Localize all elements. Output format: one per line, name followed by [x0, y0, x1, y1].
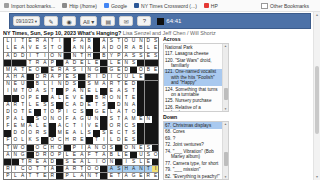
grid-cell[interactable]: P — [56, 74, 63, 81]
grid-cell[interactable]: A — [130, 102, 137, 109]
grid-cell[interactable]: S — [78, 109, 85, 116]
grid-cell[interactable]: T — [71, 123, 78, 130]
grid-cell[interactable]: C — [115, 74, 122, 81]
grid-cell[interactable]: D — [108, 45, 115, 52]
grid-cell[interactable]: N — [4, 81, 11, 88]
grid-cell[interactable]: D — [78, 102, 85, 109]
grid-cell[interactable]: E — [71, 159, 78, 166]
print-button[interactable]: ▤ — [101, 16, 115, 26]
grid-cell[interactable]: A — [78, 38, 85, 45]
grid-cell[interactable]: T — [41, 166, 48, 173]
grid-cell[interactable]: P — [56, 109, 63, 116]
reveal-button[interactable]: ◉ — [62, 16, 76, 26]
grid-cell[interactable]: S — [49, 102, 56, 109]
grid-cell[interactable]: R — [34, 38, 41, 45]
grid-cell[interactable]: I — [49, 81, 56, 88]
grid-cell[interactable]: I — [108, 74, 115, 81]
grid-cell[interactable]: E — [123, 81, 130, 88]
grid-cell[interactable]: L — [64, 152, 71, 159]
grid-cell[interactable]: E — [78, 95, 85, 102]
grid-cell[interactable]: I — [41, 53, 48, 60]
grid-cell[interactable]: A — [64, 166, 71, 173]
grid-cell[interactable]: S — [64, 159, 71, 166]
grid-cell[interactable]: H — [123, 166, 130, 173]
grid-cell[interactable]: A — [4, 53, 11, 60]
grid-cell[interactable]: S — [86, 130, 93, 137]
scroll-down-icon[interactable]: ▼ — [223, 107, 228, 111]
grid-cell[interactable]: D — [130, 81, 137, 88]
grid-cell[interactable]: I — [93, 74, 100, 81]
grid-cell[interactable]: M — [19, 123, 26, 130]
clue-item[interactable]: 74. "___ Vibration" (Bob Marley album) — [164, 148, 222, 160]
grid-cell[interactable]: E — [137, 74, 144, 81]
grid-cell[interactable]: L — [86, 159, 93, 166]
help-button[interactable]: ? — [137, 16, 151, 26]
grid-cell[interactable]: B — [137, 45, 144, 52]
grid-cell[interactable]: A — [41, 60, 48, 67]
grid-cell[interactable]: T — [78, 53, 85, 60]
grid-cell[interactable]: C — [123, 123, 130, 130]
grid-cell[interactable]: A — [41, 159, 48, 166]
grid-cell[interactable]: M — [130, 116, 137, 123]
clue-item[interactable]: 77. Camera type, for short — [164, 160, 222, 167]
grid-cell[interactable]: V — [27, 45, 34, 52]
bookmark-item[interactable]: Google — [104, 3, 127, 9]
grid-cell[interactable]: O — [108, 95, 115, 102]
grid-cell[interactable]: N — [71, 53, 78, 60]
across-scroll-thumb[interactable] — [224, 88, 228, 100]
grid-cell[interactable]: E — [108, 130, 115, 137]
grid-cell[interactable]: E — [49, 67, 56, 74]
grid-cell[interactable]: L — [86, 60, 93, 67]
grid-cell[interactable]: S — [100, 102, 107, 109]
grid-cell[interactable]: D — [115, 102, 122, 109]
grid-cell[interactable]: R — [123, 45, 130, 52]
grid-cell[interactable]: E — [152, 173, 159, 180]
grid-cell[interactable]: R — [12, 102, 19, 109]
grid-cell[interactable]: E — [108, 173, 115, 180]
grid-cell[interactable]: H — [49, 145, 56, 152]
grid-cell[interactable]: T — [19, 88, 26, 95]
grid-cell[interactable]: E — [64, 95, 71, 102]
grid-cell[interactable]: S — [34, 137, 41, 144]
grid-cell[interactable]: E — [64, 130, 71, 137]
grid-cell[interactable]: O — [49, 152, 56, 159]
grid-cell[interactable]: O — [86, 166, 93, 173]
grid-cell[interactable]: R — [71, 166, 78, 173]
grid-cell[interactable]: F — [71, 38, 78, 45]
grid-cell[interactable]: E — [12, 45, 19, 52]
grid-cell[interactable]: T — [27, 60, 34, 67]
grid-cell[interactable]: U — [130, 38, 137, 45]
grid-cell[interactable]: D — [71, 60, 78, 67]
grid-cell[interactable]: P — [4, 173, 11, 180]
grid-cell[interactable]: S — [130, 137, 137, 144]
grid-cell[interactable]: T — [123, 95, 130, 102]
grid-cell[interactable]: T — [123, 130, 130, 137]
grid-cell[interactable]: T — [78, 166, 85, 173]
grid-cell[interactable]: G — [93, 67, 100, 74]
grid-cell[interactable]: T — [34, 173, 41, 180]
grid-cell[interactable]: S — [34, 116, 41, 123]
grid-cell[interactable]: F — [64, 116, 71, 123]
grid-cell[interactable]: O — [12, 109, 19, 116]
grid-cell[interactable]: N — [123, 60, 130, 67]
grid-cell[interactable]: T — [115, 81, 122, 88]
grid-cell[interactable]: B — [93, 95, 100, 102]
grid-cell[interactable]: A — [78, 152, 85, 159]
grid-cell[interactable]: C — [115, 130, 122, 137]
grid-cell[interactable]: D — [115, 137, 122, 144]
bookmark-item[interactable]: Import bookmarks... — [4, 3, 55, 9]
grid-cell[interactable]: C — [64, 123, 71, 130]
grid-cell[interactable]: L — [4, 38, 11, 45]
grid-cell[interactable]: R — [41, 74, 48, 81]
grid-cell[interactable]: E — [115, 60, 122, 67]
grid-cell[interactable]: R — [49, 173, 56, 180]
grid-cell[interactable]: I — [123, 159, 130, 166]
grid-cell[interactable]: M — [12, 88, 19, 95]
page-scrollbar[interactable]: ▴ ▾ — [313, 12, 320, 180]
grid-cell[interactable]: N — [137, 38, 144, 45]
grid-cell[interactable]: T — [93, 152, 100, 159]
grid-cell[interactable]: O — [49, 109, 56, 116]
grid-cell[interactable]: T — [93, 173, 100, 180]
grid-cell[interactable]: E — [137, 145, 144, 152]
scroll-down-icon[interactable]: ▾ — [314, 174, 320, 180]
grid-cell[interactable]: R — [27, 159, 34, 166]
grid-cell[interactable]: T — [4, 145, 11, 152]
grid-cell[interactable]: A — [71, 45, 78, 52]
grid-cell[interactable]: E — [78, 137, 85, 144]
grid-cell[interactable]: T — [115, 116, 122, 123]
grid-cell[interactable]: S — [130, 60, 137, 67]
grid-cell[interactable]: O — [27, 130, 34, 137]
grid-cell[interactable]: L — [41, 81, 48, 88]
grid-cell[interactable]: A — [115, 88, 122, 95]
scroll-up-icon[interactable]: ▲ — [223, 44, 228, 48]
grid-cell[interactable]: R — [86, 74, 93, 81]
grid-cell[interactable]: B — [100, 53, 107, 60]
grid-cell[interactable]: A — [56, 123, 63, 130]
grid-cell[interactable]: N — [78, 88, 85, 95]
grid-cell[interactable]: Y — [108, 53, 115, 60]
grid-cell[interactable]: A — [49, 74, 56, 81]
grid-cell[interactable]: T — [34, 53, 41, 60]
down-clue-list[interactable]: 67. Christmas displays68. Cores69. ?72. … — [163, 121, 229, 180]
grid-cell[interactable]: O — [27, 166, 34, 173]
grid-cell[interactable]: T — [19, 109, 26, 116]
grid-cell[interactable]: D — [4, 109, 11, 116]
grid-cell[interactable]: O — [100, 159, 107, 166]
grid-cell[interactable]: S — [41, 88, 48, 95]
grid-cell[interactable]: S — [152, 38, 159, 45]
grid-cell[interactable]: A — [78, 173, 85, 180]
grid-cell[interactable]: A — [130, 45, 137, 52]
grid-cell[interactable]: E — [64, 74, 71, 81]
grid-cell[interactable]: N — [86, 67, 93, 74]
grid-cell[interactable]: G — [130, 173, 137, 180]
grid-cell[interactable]: A — [34, 88, 41, 95]
grid-cell[interactable]: N — [12, 152, 19, 159]
grid-cell[interactable]: A — [49, 95, 56, 102]
clue-item[interactable]: 86. Texter's qualifier — [164, 179, 222, 180]
check-button[interactable]: ✎ — [44, 16, 58, 26]
grid-cell[interactable]: E — [130, 95, 137, 102]
grid-cell[interactable]: P — [64, 173, 71, 180]
grid-cell[interactable]: O — [56, 116, 63, 123]
bookmark-item[interactable]: HP — [204, 3, 218, 9]
grid-cell[interactable]: A — [71, 130, 78, 137]
grid-cell[interactable]: R — [56, 67, 63, 74]
grid-cell[interactable]: I — [64, 109, 71, 116]
grid-cell[interactable]: M — [4, 67, 11, 74]
grid-cell[interactable]: T — [34, 166, 41, 173]
grid-cell[interactable]: A — [64, 67, 71, 74]
grid-cell[interactable]: L — [71, 173, 78, 180]
grid-cell[interactable]: A — [4, 102, 11, 109]
grid-cell[interactable]: A — [123, 116, 130, 123]
grid-cell[interactable]: C — [19, 166, 26, 173]
grid-cell[interactable]: O — [19, 130, 26, 137]
grid-cell[interactable]: R — [108, 81, 115, 88]
grid-cell[interactable]: L — [12, 173, 19, 180]
grid-cell[interactable]: D — [34, 74, 41, 81]
grid-cell[interactable]: H — [64, 137, 71, 144]
timer[interactable]: 64:41 — [157, 18, 181, 25]
grid-cell[interactable]: E — [115, 67, 122, 74]
grid-cell[interactable]: L — [78, 130, 85, 137]
grid-cell[interactable]: L — [93, 88, 100, 95]
grid-cell[interactable]: N — [145, 116, 152, 123]
grid-cell[interactable]: I — [4, 88, 11, 95]
grid-cell[interactable]: T — [145, 166, 152, 173]
grid-cell[interactable]: R — [145, 173, 152, 180]
grid-cell[interactable]: O — [123, 145, 130, 152]
down-scrollbar[interactable]: ▲ ▼ — [222, 122, 228, 179]
grid-cell[interactable]: P — [56, 152, 63, 159]
grid-cell[interactable]: H — [86, 53, 93, 60]
grid-cell[interactable]: N — [93, 116, 100, 123]
grid-cell[interactable]: D — [100, 74, 107, 81]
clue-item[interactable]: 82. "Everything is peachy!" — [164, 173, 222, 180]
grid-cell[interactable]: A — [123, 173, 130, 180]
bookmark-item[interactable]: NY Times Crossword (...) — [134, 3, 197, 9]
page-scroll-thumb[interactable] — [315, 66, 319, 134]
clue-item[interactable]: 126. Relative of a bookcase — [164, 104, 222, 112]
grid-cell[interactable]: U — [19, 81, 26, 88]
grid-cell[interactable]: E — [78, 60, 85, 67]
grid-cell[interactable]: E — [12, 123, 19, 130]
grid-cell[interactable]: A — [100, 38, 107, 45]
grid-cell[interactable]: P — [71, 145, 78, 152]
grid-cell[interactable]: E — [27, 67, 34, 74]
grid-cell[interactable]: E — [34, 95, 41, 102]
email-button[interactable]: ✉ — [119, 16, 133, 26]
grid-cell[interactable]: I — [100, 137, 107, 144]
grid-cell[interactable]: O — [41, 116, 48, 123]
grid-cell[interactable]: E — [93, 123, 100, 130]
down-scroll-thumb[interactable] — [224, 152, 228, 166]
grid-cell[interactable]: W — [12, 145, 19, 152]
grid-cell[interactable]: E — [34, 159, 41, 166]
grid-cell[interactable]: A — [64, 60, 71, 67]
grid-cell[interactable]: T — [49, 45, 56, 52]
bookmark-item[interactable]: Http (/home) — [62, 3, 97, 9]
grid-cell[interactable]: B — [86, 38, 93, 45]
grid-cell[interactable]: A — [100, 152, 107, 159]
grid-cell[interactable]: E — [27, 109, 34, 116]
grid-cell[interactable]: N — [78, 45, 85, 52]
grid-cell[interactable]: E — [41, 173, 48, 180]
grid-cell[interactable]: O — [115, 45, 122, 52]
grid-cell[interactable]: B — [108, 152, 115, 159]
grid-cell[interactable]: I — [93, 159, 100, 166]
grid-cell[interactable]: S — [71, 74, 78, 81]
other-bookmarks-button[interactable]: Other Bookmarks — [261, 3, 309, 9]
grid-cell[interactable]: T — [19, 67, 26, 74]
grid-cell[interactable]: D — [145, 38, 152, 45]
grid-cell[interactable]: G — [78, 116, 85, 123]
grid-cell[interactable]: R — [34, 60, 41, 67]
grid-cell[interactable]: S — [130, 130, 137, 137]
grid-cell[interactable]: K — [27, 137, 34, 144]
grid-cell[interactable]: T — [93, 137, 100, 144]
grid-cell[interactable]: A — [123, 53, 130, 60]
grid-cell[interactable]: L — [108, 109, 115, 116]
grid-cell[interactable]: S — [71, 67, 78, 74]
grid-cell[interactable]: L — [4, 45, 11, 52]
grid-cell[interactable]: L — [56, 95, 63, 102]
grid-cell[interactable]: P — [115, 53, 122, 60]
grid-cell[interactable]: U — [86, 116, 93, 123]
grid-cell[interactable]: L — [145, 45, 152, 52]
grid-cell[interactable]: L — [130, 74, 137, 81]
grid-cell[interactable]: A — [100, 45, 107, 52]
grid-cell[interactable]: T — [130, 88, 137, 95]
grid-cell[interactable]: T — [19, 159, 26, 166]
grid-cell[interactable]: D — [34, 152, 41, 159]
grid-cell[interactable]: I — [78, 67, 85, 74]
grid-cell[interactable]: E — [137, 173, 144, 180]
grid-cell[interactable]: U — [137, 152, 144, 159]
grid-cell[interactable]: S — [145, 145, 152, 152]
grid-cell[interactable]: C — [56, 137, 63, 144]
grid-cell[interactable]: N — [115, 95, 122, 102]
grid-cell[interactable]: A — [19, 74, 26, 81]
grid-cell[interactable]: D — [12, 130, 19, 137]
grid-cell[interactable]: S — [130, 53, 137, 60]
grid-cell[interactable]: P — [27, 95, 34, 102]
grid-cell[interactable]: N — [137, 166, 144, 173]
grid-cell[interactable]: A — [71, 88, 78, 95]
grid-cell[interactable]: B — [34, 81, 41, 88]
grid-cell[interactable]: P — [4, 116, 11, 123]
grid-cell[interactable]: B — [145, 67, 152, 74]
grid-cell[interactable]: T — [19, 102, 26, 109]
grid-cell[interactable]: R — [100, 95, 107, 102]
grid-cell[interactable]: A — [78, 159, 85, 166]
puzzle-date-select[interactable]: 09/10/23 ▾ — [13, 16, 40, 26]
grid-cell[interactable]: R — [71, 137, 78, 144]
grid-cell[interactable]: A — [71, 116, 78, 123]
grid-cell[interactable]: A — [86, 145, 93, 152]
grid-cell[interactable]: V — [86, 123, 93, 130]
grid-cell[interactable]: E — [145, 53, 152, 60]
grid-cell[interactable]: N — [123, 102, 130, 109]
grid-cell[interactable]: A — [4, 152, 11, 159]
grid-cell[interactable]: T — [115, 173, 122, 180]
grid-cell[interactable]: E — [93, 60, 100, 67]
grid-cell[interactable]: A — [115, 109, 122, 116]
grid-cell[interactable]: S — [108, 116, 115, 123]
grid-cell[interactable]: C — [64, 102, 71, 109]
grid-cell[interactable]: A — [12, 116, 19, 123]
grid-cell[interactable]: O — [100, 145, 107, 152]
grid-cell[interactable]: A — [86, 45, 93, 52]
grid-cell[interactable]: T — [49, 38, 56, 45]
grid-cell[interactable]: E — [145, 159, 152, 166]
grid-cell[interactable]: E — [27, 38, 34, 45]
grid-cell[interactable]: M — [56, 130, 63, 137]
grid-cell[interactable]: E — [108, 88, 115, 95]
grid-cell[interactable]: S — [41, 45, 48, 52]
grid-cell[interactable]: O — [19, 145, 26, 152]
grid-cell[interactable]: S — [41, 130, 48, 137]
grid-cell[interactable]: O — [49, 53, 56, 60]
grid-cell[interactable]: H — [12, 74, 19, 81]
grid-cell[interactable]: L — [108, 60, 115, 67]
grid-cell[interactable]: S — [123, 88, 130, 95]
grid-cell[interactable]: A — [12, 67, 19, 74]
grid-cell[interactable]: I — [152, 166, 159, 173]
grid-cell[interactable]: G — [19, 152, 26, 159]
grid-cell[interactable]: E — [123, 152, 130, 159]
grid-cell[interactable]: S — [152, 53, 159, 60]
grid-cell[interactable]: T — [41, 109, 48, 116]
grid-cell[interactable]: S — [108, 38, 115, 45]
grid-cell[interactable]: O — [49, 137, 56, 144]
grid-cell[interactable]: N — [86, 173, 93, 180]
grid-cell[interactable]: C — [71, 109, 78, 116]
grid-cell[interactable]: R — [115, 123, 122, 130]
grid-cell[interactable]: E — [34, 102, 41, 109]
all-select[interactable]: All ▾ — [80, 16, 97, 26]
grid-cell[interactable]: O — [27, 88, 34, 95]
grid-cell[interactable]: E — [137, 116, 144, 123]
grid-cell[interactable]: I — [27, 53, 34, 60]
grid-cell[interactable]: T — [49, 88, 56, 95]
grid-cell[interactable]: D — [49, 159, 56, 166]
grid-cell[interactable]: L — [34, 123, 41, 130]
grid-cell[interactable]: D — [123, 67, 130, 74]
grid-cell[interactable]: G — [108, 67, 115, 74]
grid-cell[interactable]: A — [27, 123, 34, 130]
grid-cell[interactable]: A — [49, 166, 56, 173]
grid-cell[interactable]: F — [4, 137, 11, 144]
grid-cell[interactable]: I — [78, 123, 85, 130]
grid-cell[interactable]: A — [108, 166, 115, 173]
grid-cell[interactable]: E — [123, 137, 130, 144]
grid-cell[interactable]: O — [108, 123, 115, 130]
grid-cell[interactable]: O — [130, 109, 137, 116]
grid-cell[interactable]: S — [137, 53, 144, 60]
grid-cell[interactable]: N — [56, 81, 63, 88]
grid-cell[interactable]: S — [130, 123, 137, 130]
grid-cell[interactable]: E — [86, 102, 93, 109]
grid-cell[interactable]: L — [108, 137, 115, 144]
grid-cell[interactable]: I — [56, 38, 63, 45]
